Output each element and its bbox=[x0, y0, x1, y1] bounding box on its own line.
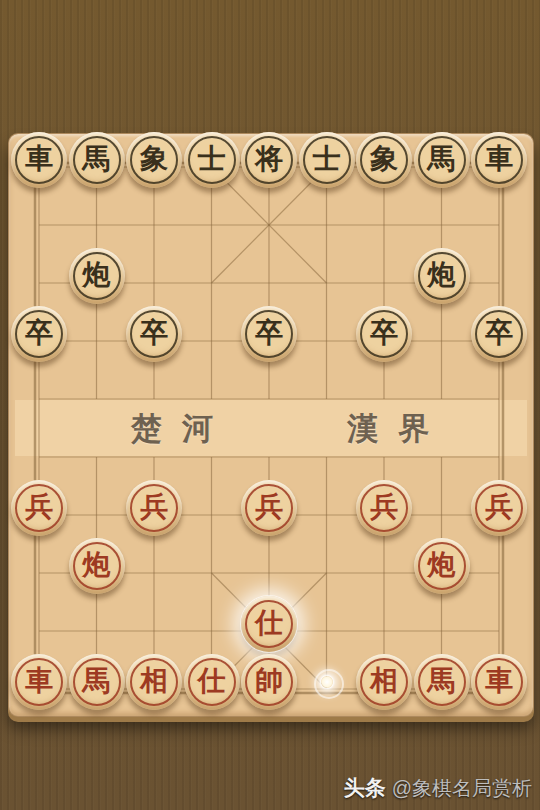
piece-black-general[interactable]: 将 bbox=[241, 132, 297, 188]
piece-black-chariot[interactable]: 車 bbox=[11, 132, 67, 188]
piece-glyph: 卒 bbox=[485, 305, 513, 361]
piece-glyph: 馬 bbox=[428, 653, 456, 709]
piece-glyph: 炮 bbox=[83, 247, 111, 303]
piece-glyph: 兵 bbox=[370, 479, 398, 535]
piece-glyph: 士 bbox=[313, 131, 341, 187]
last-move-origin-marker bbox=[321, 676, 333, 688]
piece-black-chariot[interactable]: 車 bbox=[471, 132, 527, 188]
piece-red-soldier[interactable]: 兵 bbox=[356, 480, 412, 536]
piece-glyph: 将 bbox=[255, 131, 283, 187]
piece-glyph: 兵 bbox=[485, 479, 513, 535]
piece-glyph: 馬 bbox=[83, 653, 111, 709]
piece-glyph: 仕 bbox=[255, 595, 283, 651]
piece-glyph: 兵 bbox=[255, 479, 283, 535]
piece-black-cannon[interactable]: 炮 bbox=[69, 248, 125, 304]
xiangqi-board[interactable]: 楚河 漢界 車馬象士将士象馬車炮炮卒卒卒卒卒兵兵兵兵兵炮炮仕車馬相仕帥相馬車 bbox=[8, 133, 534, 717]
piece-red-soldier[interactable]: 兵 bbox=[241, 480, 297, 536]
piece-glyph: 炮 bbox=[83, 537, 111, 593]
piece-glyph: 象 bbox=[370, 131, 398, 187]
piece-glyph: 仕 bbox=[198, 653, 226, 709]
piece-black-horse[interactable]: 馬 bbox=[69, 132, 125, 188]
piece-red-horse[interactable]: 馬 bbox=[414, 654, 470, 710]
piece-glyph: 卒 bbox=[25, 305, 53, 361]
piece-black-horse[interactable]: 馬 bbox=[414, 132, 470, 188]
piece-glyph: 相 bbox=[140, 653, 168, 709]
piece-black-advisor[interactable]: 士 bbox=[184, 132, 240, 188]
piece-glyph: 炮 bbox=[428, 537, 456, 593]
piece-black-elephant[interactable]: 象 bbox=[126, 132, 182, 188]
piece-red-soldier[interactable]: 兵 bbox=[126, 480, 182, 536]
piece-red-cannon[interactable]: 炮 bbox=[414, 538, 470, 594]
piece-black-soldier[interactable]: 卒 bbox=[11, 306, 67, 362]
piece-glyph: 車 bbox=[25, 131, 53, 187]
piece-glyph: 兵 bbox=[140, 479, 168, 535]
piece-black-soldier[interactable]: 卒 bbox=[356, 306, 412, 362]
river-label-han-jie: 漢界 bbox=[347, 410, 449, 446]
piece-red-soldier[interactable]: 兵 bbox=[11, 480, 67, 536]
piece-black-advisor[interactable]: 士 bbox=[299, 132, 355, 188]
piece-glyph: 士 bbox=[198, 131, 226, 187]
watermark: 头条 @象棋名局赏析 bbox=[344, 774, 532, 802]
piece-glyph: 車 bbox=[485, 131, 513, 187]
piece-red-cannon[interactable]: 炮 bbox=[69, 538, 125, 594]
piece-glyph: 卒 bbox=[370, 305, 398, 361]
piece-glyph: 炮 bbox=[428, 247, 456, 303]
watermark-brand: 头条 bbox=[344, 774, 386, 802]
piece-glyph: 象 bbox=[140, 131, 168, 187]
piece-red-advisor[interactable]: 仕 bbox=[184, 654, 240, 710]
piece-glyph: 車 bbox=[485, 653, 513, 709]
piece-glyph: 相 bbox=[370, 653, 398, 709]
watermark-handle: @象棋名局赏析 bbox=[392, 775, 532, 802]
piece-black-soldier[interactable]: 卒 bbox=[471, 306, 527, 362]
piece-glyph: 車 bbox=[25, 653, 53, 709]
piece-glyph: 馬 bbox=[83, 131, 111, 187]
piece-glyph: 馬 bbox=[428, 131, 456, 187]
piece-red-horse[interactable]: 馬 bbox=[69, 654, 125, 710]
piece-red-chariot[interactable]: 車 bbox=[11, 654, 67, 710]
piece-red-elephant[interactable]: 相 bbox=[126, 654, 182, 710]
piece-glyph: 帥 bbox=[255, 653, 283, 709]
piece-black-cannon[interactable]: 炮 bbox=[414, 248, 470, 304]
piece-glyph: 卒 bbox=[255, 305, 283, 361]
piece-red-advisor[interactable]: 仕 bbox=[241, 596, 297, 652]
river-label-chu-he: 楚河 bbox=[131, 410, 233, 446]
piece-red-chariot[interactable]: 車 bbox=[471, 654, 527, 710]
piece-red-general[interactable]: 帥 bbox=[241, 654, 297, 710]
piece-black-soldier[interactable]: 卒 bbox=[126, 306, 182, 362]
piece-red-elephant[interactable]: 相 bbox=[356, 654, 412, 710]
piece-black-soldier[interactable]: 卒 bbox=[241, 306, 297, 362]
piece-black-elephant[interactable]: 象 bbox=[356, 132, 412, 188]
piece-glyph: 兵 bbox=[25, 479, 53, 535]
piece-red-soldier[interactable]: 兵 bbox=[471, 480, 527, 536]
piece-glyph: 卒 bbox=[140, 305, 168, 361]
